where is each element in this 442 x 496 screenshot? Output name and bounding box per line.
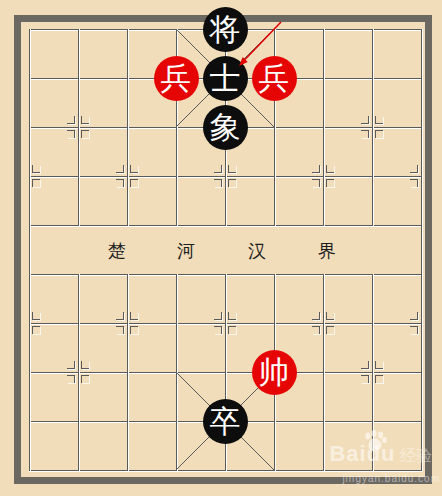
point-marker xyxy=(410,165,418,173)
point-marker xyxy=(116,179,124,187)
point-marker xyxy=(326,312,334,320)
black-general[interactable]: 将 xyxy=(203,7,248,52)
grid-file-line xyxy=(78,274,79,471)
point-marker xyxy=(375,361,383,369)
river-text: 汉 xyxy=(245,239,269,263)
point-marker xyxy=(361,130,369,138)
point-marker xyxy=(116,326,124,334)
point-marker xyxy=(81,375,89,383)
red-general[interactable]: 帅 xyxy=(252,350,297,395)
point-marker xyxy=(81,130,89,138)
watermark-badge: 经验 xyxy=(400,447,432,464)
grid-file-line xyxy=(372,29,373,226)
grid-file-line xyxy=(323,29,324,226)
watermark-row: Baidu 经验 xyxy=(329,441,432,471)
point-marker xyxy=(130,326,138,334)
point-marker xyxy=(130,165,138,173)
point-marker xyxy=(214,326,222,334)
point-marker xyxy=(312,312,320,320)
grid-file-line xyxy=(29,29,30,471)
river-text: 界 xyxy=(315,239,339,263)
point-marker xyxy=(375,130,383,138)
point-marker xyxy=(312,326,320,334)
point-marker xyxy=(67,375,75,383)
point-marker xyxy=(375,375,383,383)
point-marker xyxy=(67,116,75,124)
point-marker xyxy=(228,179,236,187)
grid-file-line xyxy=(78,29,79,226)
grid-file-line xyxy=(127,29,128,226)
point-marker xyxy=(130,312,138,320)
point-marker xyxy=(67,361,75,369)
point-marker xyxy=(116,165,124,173)
point-marker xyxy=(214,312,222,320)
point-marker xyxy=(410,179,418,187)
point-marker xyxy=(116,312,124,320)
point-marker xyxy=(228,326,236,334)
watermark: Baidu 经验 jingyan.baidu.com xyxy=(329,441,440,484)
point-marker xyxy=(214,179,222,187)
point-marker xyxy=(375,116,383,124)
grid-file-line xyxy=(323,274,324,471)
point-marker xyxy=(81,116,89,124)
grid-file-line xyxy=(421,29,422,471)
point-marker xyxy=(130,179,138,187)
black-soldier[interactable]: 卒 xyxy=(203,399,248,444)
red-soldier-right[interactable]: 兵 xyxy=(252,56,297,101)
black-elephant[interactable]: 象 xyxy=(203,105,248,150)
point-marker xyxy=(410,312,418,320)
point-marker xyxy=(361,116,369,124)
xiangqi-board-screenshot: 楚河汉界将兵士兵象帅卒 Baidu 经验 jingyan.baidu.com xyxy=(0,0,442,496)
point-marker xyxy=(32,179,40,187)
point-marker xyxy=(312,179,320,187)
river-text: 楚 xyxy=(105,239,129,263)
watermark-url: jingyan.baidu.com xyxy=(329,473,440,484)
point-marker xyxy=(67,130,75,138)
point-marker xyxy=(361,375,369,383)
point-marker xyxy=(410,326,418,334)
baidu-paw-icon xyxy=(362,429,388,453)
point-marker xyxy=(81,361,89,369)
grid-file-line xyxy=(176,274,177,471)
point-marker xyxy=(214,165,222,173)
point-marker xyxy=(326,179,334,187)
point-marker xyxy=(228,312,236,320)
point-marker xyxy=(32,165,40,173)
river-text: 河 xyxy=(174,239,198,263)
point-marker xyxy=(326,165,334,173)
point-marker xyxy=(228,165,236,173)
point-marker xyxy=(32,326,40,334)
point-marker xyxy=(312,165,320,173)
point-marker xyxy=(361,361,369,369)
grid-file-line xyxy=(127,274,128,471)
black-advisor[interactable]: 士 xyxy=(203,56,248,101)
red-soldier-left[interactable]: 兵 xyxy=(154,56,199,101)
point-marker xyxy=(326,326,334,334)
point-marker xyxy=(32,312,40,320)
